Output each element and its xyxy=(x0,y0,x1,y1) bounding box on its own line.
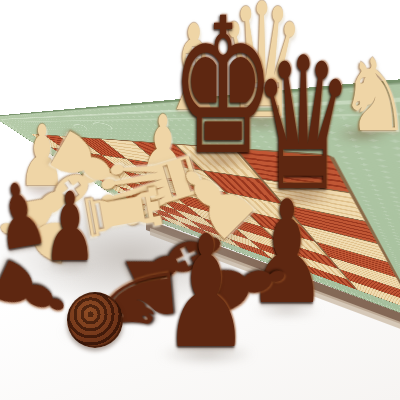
black-pawn-foreground: ♟ xyxy=(163,215,249,370)
black-pawn-mid: ♟ xyxy=(44,180,97,275)
chess-set-photo: ♝♛♚♛♞♟♟♟♟♝♟♛♟♟♜♟♟♝♞♟♟ xyxy=(0,0,400,400)
black-pawn-base-disc xyxy=(67,292,123,348)
